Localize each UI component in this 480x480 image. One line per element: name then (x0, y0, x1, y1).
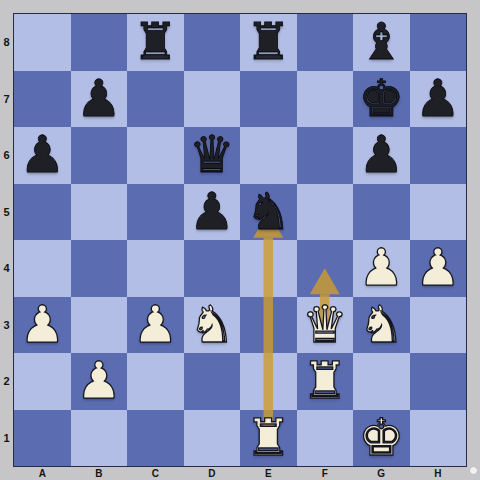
file-label-d: D (184, 467, 241, 480)
rank-label-4: 4 (0, 240, 13, 297)
piece-black-pawn-h7[interactable]: ♟ (410, 71, 467, 128)
file-label-f: F (297, 467, 354, 480)
piece-white-rook-f2[interactable]: ♜ (297, 353, 354, 410)
piece-white-king-g1[interactable]: ♚ (353, 410, 410, 467)
file-label-e: E (240, 467, 297, 480)
rank-label-7: 7 (0, 71, 13, 128)
piece-white-pawn-a3[interactable]: ♟ (14, 297, 71, 354)
file-label-c: C (127, 467, 184, 480)
piece-white-rook-e1[interactable]: ♜ (240, 410, 297, 467)
piece-white-knight-g3[interactable]: ♞ (353, 297, 410, 354)
rank-label-5: 5 (0, 184, 13, 241)
chess-app: ♜♜♝♟♚♟♟♛♟♟♞♟♟♟♟♞♛♞♟♜♜♚ 87654321 ABCDEFGH (0, 0, 480, 480)
piece-white-queen-f3[interactable]: ♛ (297, 297, 354, 354)
piece-black-pawn-g6[interactable]: ♟ (353, 127, 410, 184)
piece-black-queen-d6[interactable]: ♛ (184, 127, 241, 184)
piece-black-knight-e5[interactable]: ♞ (240, 184, 297, 241)
piece-white-pawn-g4[interactable]: ♟ (353, 240, 410, 297)
piece-black-king-g7[interactable]: ♚ (353, 71, 410, 128)
file-labels: ABCDEFGH (14, 467, 466, 480)
piece-white-knight-d3[interactable]: ♞ (184, 297, 241, 354)
piece-white-pawn-h4[interactable]: ♟ (410, 240, 467, 297)
piece-black-pawn-b7[interactable]: ♟ (71, 71, 128, 128)
piece-black-rook-c8[interactable]: ♜ (127, 14, 184, 71)
piece-white-pawn-c3[interactable]: ♟ (127, 297, 184, 354)
rank-label-6: 6 (0, 127, 13, 184)
file-label-h: H (410, 467, 467, 480)
piece-layer: ♜♜♝♟♚♟♟♛♟♟♞♟♟♟♟♞♛♞♟♜♜♚ (14, 14, 466, 466)
piece-black-pawn-a6[interactable]: ♟ (14, 127, 71, 184)
chess-board: ♜♜♝♟♚♟♟♛♟♟♞♟♟♟♟♞♛♞♟♜♜♚ (13, 13, 467, 467)
piece-black-bishop-g8[interactable]: ♝ (353, 14, 410, 71)
piece-black-rook-e8[interactable]: ♜ (240, 14, 297, 71)
piece-black-pawn-d5[interactable]: ♟ (184, 184, 241, 241)
rank-label-1: 1 (0, 410, 13, 467)
rank-label-8: 8 (0, 14, 13, 71)
file-label-g: G (353, 467, 410, 480)
file-label-b: B (71, 467, 128, 480)
piece-white-pawn-b2[interactable]: ♟ (71, 353, 128, 410)
rank-label-2: 2 (0, 353, 13, 410)
file-label-a: A (14, 467, 71, 480)
rank-labels: 87654321 (0, 14, 13, 466)
corner-dot (470, 467, 477, 474)
rank-label-3: 3 (0, 297, 13, 354)
